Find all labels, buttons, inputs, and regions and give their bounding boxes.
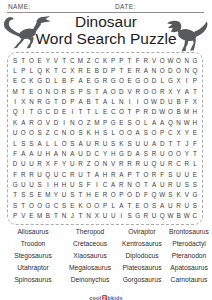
grid-cell[interactable]: Y xyxy=(52,190,60,200)
grid-cell[interactable]: G xyxy=(44,201,52,211)
grid-cell[interactable]: O xyxy=(60,139,68,149)
grid-cell[interactable]: O xyxy=(142,201,150,211)
grid-cell[interactable]: A xyxy=(150,118,158,128)
grid-cell[interactable]: R xyxy=(150,149,158,159)
grid-cell[interactable]: V xyxy=(44,118,52,128)
grid-cell[interactable]: T xyxy=(134,170,142,180)
grid-cell[interactable]: K xyxy=(174,190,182,200)
grid-cell[interactable]: O xyxy=(158,66,166,76)
grid-cell[interactable]: L xyxy=(93,107,101,117)
grid-cell[interactable]: N xyxy=(27,97,35,107)
grid-cell[interactable]: I xyxy=(93,180,101,190)
grid-cell[interactable]: R xyxy=(150,170,158,180)
grid-cell[interactable]: E xyxy=(191,128,199,138)
grid-cell[interactable]: R xyxy=(125,159,133,169)
grid-cell[interactable]: N xyxy=(85,211,93,221)
grid-cell[interactable]: U xyxy=(27,159,35,169)
grid-cell[interactable]: N xyxy=(183,56,191,66)
grid-cell[interactable]: A xyxy=(134,149,142,159)
grid-cell[interactable]: U xyxy=(52,170,60,180)
grid-cell[interactable]: E xyxy=(117,118,125,128)
grid-cell[interactable]: A xyxy=(19,149,27,159)
grid-cell[interactable]: C xyxy=(109,107,117,117)
grid-cell[interactable]: L xyxy=(52,76,60,86)
grid-cell[interactable]: C xyxy=(93,56,101,66)
grid-cell[interactable]: T xyxy=(76,211,84,221)
grid-cell[interactable]: S xyxy=(19,190,27,200)
grid-cell[interactable]: B xyxy=(174,211,182,221)
grid-cell[interactable]: A xyxy=(68,149,76,159)
grid-cell[interactable]: S xyxy=(11,201,19,211)
grid-cell[interactable]: G xyxy=(134,211,142,221)
grid-cell[interactable]: C xyxy=(191,211,199,221)
grid-cell[interactable]: U xyxy=(158,149,166,159)
grid-cell[interactable]: R xyxy=(93,139,101,149)
grid-cell[interactable]: S xyxy=(85,87,93,97)
grid-cell[interactable]: Q xyxy=(158,211,166,221)
grid-cell[interactable]: S xyxy=(125,211,133,221)
grid-cell[interactable]: U xyxy=(85,139,93,149)
grid-cell[interactable]: T xyxy=(85,107,93,117)
grid-cell[interactable]: Y xyxy=(44,56,52,66)
grid-cell[interactable]: L xyxy=(11,139,19,149)
grid-cell[interactable]: X xyxy=(174,128,182,138)
grid-cell[interactable]: R xyxy=(27,118,35,128)
grid-cell[interactable]: L xyxy=(44,139,52,149)
grid-cell[interactable]: U xyxy=(174,180,182,190)
grid-cell[interactable]: O xyxy=(36,201,44,211)
grid-cell[interactable]: F xyxy=(11,149,19,159)
grid-cell[interactable]: E xyxy=(36,56,44,66)
grid-cell[interactable]: R xyxy=(166,159,174,169)
grid-cell[interactable]: E xyxy=(125,76,133,86)
grid-cell[interactable]: E xyxy=(85,66,93,76)
grid-cell[interactable]: B xyxy=(174,97,182,107)
grid-cell[interactable]: D xyxy=(44,76,52,86)
grid-cell[interactable]: T xyxy=(19,56,27,66)
grid-cell[interactable]: L xyxy=(11,66,19,76)
grid-cell[interactable]: P xyxy=(117,56,125,66)
grid-cell[interactable]: T xyxy=(125,107,133,117)
grid-cell[interactable]: U xyxy=(60,190,68,200)
grid-cell[interactable]: P xyxy=(109,56,117,66)
grid-cell[interactable]: R xyxy=(174,201,182,211)
grid-cell[interactable]: C xyxy=(52,128,60,138)
grid-cell[interactable]: P xyxy=(101,201,109,211)
grid-cell[interactable]: X xyxy=(19,97,27,107)
grid-cell[interactable]: H xyxy=(191,107,199,117)
grid-cell[interactable]: G xyxy=(117,149,125,159)
grid-cell[interactable]: C xyxy=(44,107,52,117)
grid-cell[interactable]: V xyxy=(150,56,158,66)
grid-cell[interactable]: R xyxy=(27,170,35,180)
grid-cell[interactable]: O xyxy=(142,76,150,86)
grid-cell[interactable]: S xyxy=(125,139,133,149)
grid-cell[interactable]: E xyxy=(68,201,76,211)
grid-cell[interactable]: D xyxy=(166,66,174,76)
grid-cell[interactable]: U xyxy=(68,159,76,169)
grid-cell[interactable]: D xyxy=(150,76,158,86)
grid-cell[interactable]: D xyxy=(125,149,133,159)
grid-cell[interactable]: G xyxy=(109,118,117,128)
grid-cell[interactable]: D xyxy=(85,149,93,159)
grid-cell[interactable]: O xyxy=(27,56,35,66)
grid-cell[interactable]: A xyxy=(19,118,27,128)
grid-cell[interactable]: J xyxy=(68,211,76,221)
grid-cell[interactable]: E xyxy=(27,87,35,97)
grid-cell[interactable]: D xyxy=(158,139,166,149)
grid-cell[interactable]: U xyxy=(76,170,84,180)
grid-cell[interactable]: O xyxy=(117,107,125,117)
grid-cell[interactable]: G xyxy=(44,97,52,107)
grid-cell[interactable]: X xyxy=(93,211,101,221)
grid-cell[interactable]: Q xyxy=(36,66,44,76)
grid-cell[interactable]: T xyxy=(174,139,182,149)
grid-cell[interactable]: P xyxy=(134,107,142,117)
grid-cell[interactable]: O xyxy=(142,97,150,107)
grid-cell[interactable]: V xyxy=(183,190,191,200)
grid-cell[interactable]: S xyxy=(142,128,150,138)
grid-cell[interactable]: B xyxy=(85,97,93,107)
grid-cell[interactable]: D xyxy=(52,118,60,128)
grid-cell[interactable]: H xyxy=(85,190,93,200)
grid-cell[interactable]: O xyxy=(109,190,117,200)
grid-cell[interactable]: L xyxy=(191,159,199,169)
grid-cell[interactable]: V xyxy=(19,211,27,221)
grid-cell[interactable]: R xyxy=(36,159,44,169)
grid-cell[interactable]: E xyxy=(85,76,93,86)
grid-cell[interactable]: T xyxy=(52,97,60,107)
grid-cell[interactable]: A xyxy=(142,66,150,76)
grid-cell[interactable]: M xyxy=(93,118,101,128)
grid-cell[interactable]: U xyxy=(142,159,150,169)
grid-cell[interactable]: I xyxy=(60,118,68,128)
grid-cell[interactable]: R xyxy=(76,66,84,76)
grid-cell[interactable]: H xyxy=(101,170,109,180)
grid-cell[interactable]: M xyxy=(44,190,52,200)
grid-cell[interactable]: K xyxy=(11,118,19,128)
grid-cell[interactable]: S xyxy=(150,201,158,211)
grid-cell[interactable]: N xyxy=(60,211,68,221)
grid-cell[interactable]: U xyxy=(166,97,174,107)
grid-cell[interactable]: Q xyxy=(150,159,158,169)
grid-cell[interactable]: I xyxy=(117,211,125,221)
grid-cell[interactable]: O xyxy=(93,201,101,211)
grid-cell[interactable]: O xyxy=(158,56,166,66)
grid-cell[interactable]: C xyxy=(60,66,68,76)
grid-cell[interactable]: A xyxy=(52,149,60,159)
grid-cell[interactable]: Y xyxy=(183,149,191,159)
grid-cell[interactable]: A xyxy=(158,118,166,128)
grid-cell[interactable]: O xyxy=(150,128,158,138)
grid-cell[interactable]: X xyxy=(166,87,174,97)
grid-cell[interactable]: G xyxy=(36,76,44,86)
grid-cell[interactable]: H xyxy=(109,149,117,159)
grid-cell[interactable]: T xyxy=(76,190,84,200)
grid-cell[interactable]: T xyxy=(93,97,101,107)
grid-cell[interactable]: S xyxy=(11,56,19,66)
grid-cell[interactable]: B xyxy=(60,76,68,86)
grid-cell[interactable]: Z xyxy=(85,159,93,169)
grid-cell[interactable]: P xyxy=(125,170,133,180)
grid-cell[interactable]: N xyxy=(125,180,133,190)
grid-cell[interactable]: O xyxy=(27,128,35,138)
grid-cell[interactable]: C xyxy=(68,56,76,66)
grid-cell[interactable]: X xyxy=(68,66,76,76)
grid-cell[interactable]: S xyxy=(191,180,199,190)
grid-cell[interactable]: O xyxy=(19,128,27,138)
grid-cell[interactable]: X xyxy=(191,97,199,107)
grid-cell[interactable]: N xyxy=(150,66,158,76)
grid-cell[interactable]: A xyxy=(158,201,166,211)
grid-cell[interactable]: S xyxy=(36,180,44,190)
grid-cell[interactable]: G xyxy=(11,180,19,190)
grid-cell[interactable]: R xyxy=(183,159,191,169)
grid-cell[interactable]: O xyxy=(85,201,93,211)
grid-cell[interactable]: V xyxy=(52,56,60,66)
grid-cell[interactable]: G xyxy=(134,76,142,86)
grid-cell[interactable]: B xyxy=(93,66,101,76)
grid-cell[interactable]: D xyxy=(60,97,68,107)
grid-cell[interactable]: A xyxy=(76,76,84,86)
grid-cell[interactable]: D xyxy=(158,97,166,107)
grid-cell[interactable]: R xyxy=(60,87,68,97)
grid-cell[interactable]: T xyxy=(76,107,84,117)
grid-cell[interactable]: R xyxy=(117,180,125,190)
grid-cell[interactable]: T xyxy=(85,170,93,180)
grid-cell[interactable]: F xyxy=(191,139,199,149)
grid-cell[interactable]: O xyxy=(93,159,101,169)
grid-cell[interactable]: K xyxy=(85,128,93,138)
grid-cell[interactable]: S xyxy=(101,128,109,138)
grid-cell[interactable]: W xyxy=(183,118,191,128)
grid-cell[interactable]: U xyxy=(19,180,27,190)
grid-cell[interactable]: C xyxy=(19,76,27,86)
grid-cell[interactable]: R xyxy=(68,170,76,180)
grid-cell[interactable]: O xyxy=(142,170,150,180)
grid-cell[interactable]: U xyxy=(150,211,158,221)
grid-cell[interactable]: D xyxy=(101,66,109,76)
grid-cell[interactable]: C xyxy=(52,201,60,211)
grid-cell[interactable]: F xyxy=(11,170,19,180)
grid-cell[interactable]: U xyxy=(166,201,174,211)
grid-cell[interactable]: P xyxy=(19,66,27,76)
grid-cell[interactable]: U xyxy=(183,201,191,211)
grid-cell[interactable]: P xyxy=(76,87,84,97)
grid-cell[interactable]: T xyxy=(117,66,125,76)
grid-cell[interactable]: G xyxy=(93,76,101,86)
grid-cell[interactable]: L xyxy=(52,139,60,149)
grid-cell[interactable]: S xyxy=(76,128,84,138)
grid-cell[interactable]: V xyxy=(109,159,117,169)
grid-cell[interactable]: U xyxy=(27,180,35,190)
grid-cell[interactable]: O xyxy=(166,107,174,117)
grid-cell[interactable]: H xyxy=(52,180,60,190)
grid-cell[interactable]: R xyxy=(19,170,27,180)
grid-cell[interactable]: L xyxy=(109,97,117,107)
grid-cell[interactable]: O xyxy=(76,118,84,128)
grid-cell[interactable]: L xyxy=(27,66,35,76)
grid-cell[interactable]: P xyxy=(109,66,117,76)
grid-cell[interactable]: R xyxy=(142,56,150,66)
grid-cell[interactable]: S xyxy=(27,139,35,149)
grid-cell[interactable]: S xyxy=(68,139,76,149)
grid-cell[interactable]: E xyxy=(101,107,109,117)
grid-cell[interactable]: D xyxy=(134,190,142,200)
grid-cell[interactable]: O xyxy=(174,56,182,66)
grid-cell[interactable]: C xyxy=(93,149,101,159)
grid-cell[interactable]: Y xyxy=(174,87,182,97)
grid-cell[interactable]: G xyxy=(191,190,199,200)
grid-cell[interactable]: N xyxy=(183,66,191,76)
grid-cell[interactable]: R xyxy=(134,159,142,169)
grid-cell[interactable]: O xyxy=(134,180,142,190)
grid-cell[interactable]: S xyxy=(166,170,174,180)
grid-cell[interactable]: S xyxy=(142,149,150,159)
grid-cell[interactable]: A xyxy=(76,97,84,107)
grid-cell[interactable]: U xyxy=(68,180,76,190)
grid-cell[interactable]: F xyxy=(68,76,76,86)
grid-cell[interactable]: Q xyxy=(191,66,199,76)
grid-cell[interactable]: A xyxy=(109,180,117,190)
grid-cell[interactable]: A xyxy=(27,149,35,159)
grid-cell[interactable]: U xyxy=(101,211,109,221)
grid-cell[interactable]: B xyxy=(174,107,182,117)
grid-cell[interactable]: N xyxy=(60,128,68,138)
grid-cell[interactable]: P xyxy=(68,97,76,107)
grid-cell[interactable]: H xyxy=(44,149,52,159)
grid-cell[interactable]: A xyxy=(117,201,125,211)
grid-cell[interactable]: A xyxy=(134,128,142,138)
grid-cell[interactable]: P xyxy=(11,211,19,221)
grid-cell[interactable]: K xyxy=(44,66,52,76)
grid-cell[interactable]: W xyxy=(166,56,174,66)
grid-cell[interactable]: F xyxy=(52,159,60,169)
grid-cell[interactable]: W xyxy=(158,190,166,200)
grid-cell[interactable]: N xyxy=(101,159,109,169)
grid-cell[interactable]: M xyxy=(11,87,19,97)
grid-cell[interactable]: Z xyxy=(85,56,93,66)
grid-cell[interactable]: W xyxy=(150,97,158,107)
grid-cell[interactable]: S xyxy=(19,139,27,149)
grid-cell[interactable]: U xyxy=(11,128,19,138)
grid-cell[interactable]: H xyxy=(93,128,101,138)
grid-cell[interactable]: C xyxy=(60,170,68,180)
grid-cell[interactable]: I xyxy=(134,97,142,107)
grid-cell[interactable]: T xyxy=(93,87,101,97)
grid-cell[interactable]: P xyxy=(101,118,109,128)
grid-cell[interactable]: Q xyxy=(44,170,52,180)
grid-cell[interactable]: I xyxy=(68,107,76,117)
grid-cell[interactable]: E xyxy=(125,66,133,76)
grid-cell[interactable]: A xyxy=(76,139,84,149)
grid-cell[interactable]: O xyxy=(142,87,150,97)
grid-cell[interactable]: U xyxy=(19,159,27,169)
grid-cell[interactable]: N xyxy=(68,118,76,128)
grid-cell[interactable]: R xyxy=(158,87,166,97)
grid-cell[interactable]: N xyxy=(60,149,68,159)
grid-cell[interactable]: A xyxy=(101,97,109,107)
grid-cell[interactable]: S xyxy=(76,180,84,190)
grid-cell[interactable]: A xyxy=(101,87,109,97)
grid-cell[interactable]: R xyxy=(134,87,142,97)
grid-cell[interactable]: I xyxy=(183,76,191,86)
grid-cell[interactable]: D xyxy=(52,107,60,117)
grid-cell[interactable]: G xyxy=(191,56,199,66)
grid-cell[interactable]: M xyxy=(36,211,44,221)
grid-cell[interactable]: R xyxy=(166,180,174,190)
grid-cell[interactable]: T xyxy=(125,56,133,66)
grid-cell[interactable]: T xyxy=(60,56,68,66)
grid-cell[interactable]: U xyxy=(174,170,182,180)
grid-cell[interactable]: P xyxy=(158,128,166,138)
grid-cell[interactable]: B xyxy=(44,211,52,221)
grid-cell[interactable]: C xyxy=(101,180,109,190)
grid-cell[interactable]: T xyxy=(191,87,199,97)
grid-cell[interactable]: S xyxy=(27,190,35,200)
grid-cell[interactable]: W xyxy=(166,211,174,221)
grid-cell[interactable]: O xyxy=(117,128,125,138)
grid-cell[interactable]: R xyxy=(117,159,125,169)
grid-cell[interactable]: O xyxy=(125,190,133,200)
grid-cell[interactable]: U xyxy=(134,139,142,149)
grid-cell[interactable]: G xyxy=(109,76,117,86)
grid-cell[interactable]: Z xyxy=(44,128,52,138)
grid-cell[interactable]: S xyxy=(68,87,76,97)
grid-cell[interactable]: O xyxy=(36,118,44,128)
grid-cell[interactable]: A xyxy=(93,170,101,180)
grid-cell[interactable]: T xyxy=(11,190,19,200)
grid-cell[interactable]: L xyxy=(142,118,150,128)
grid-cell[interactable]: H xyxy=(60,180,68,190)
grid-cell[interactable]: S xyxy=(191,201,199,211)
grid-cell[interactable]: S xyxy=(68,190,76,200)
grid-cell[interactable]: G xyxy=(36,107,44,117)
grid-cell[interactable]: O xyxy=(68,128,76,138)
grid-cell[interactable]: R xyxy=(76,159,84,169)
grid-cell[interactable]: D xyxy=(11,159,19,169)
grid-cell[interactable]: T xyxy=(19,87,27,97)
grid-cell[interactable]: F xyxy=(142,190,150,200)
grid-cell[interactable]: O xyxy=(36,87,44,97)
grid-cell[interactable]: R xyxy=(101,190,109,200)
grid-cell[interactable]: T xyxy=(166,139,174,149)
grid-cell[interactable]: O xyxy=(174,149,182,159)
grid-cell[interactable]: U xyxy=(158,159,166,169)
grid-cell[interactable]: A xyxy=(36,139,44,149)
grid-cell[interactable]: L xyxy=(158,76,166,86)
grid-cell[interactable]: U xyxy=(109,211,117,221)
grid-cell[interactable]: Z xyxy=(85,118,93,128)
grid-cell[interactable]: F xyxy=(134,56,142,66)
grid-cell[interactable]: Q xyxy=(166,118,174,128)
grid-cell[interactable]: O xyxy=(117,76,125,86)
grid-cell[interactable]: H xyxy=(191,118,199,128)
grid-cell[interactable]: R xyxy=(101,76,109,86)
grid-cell[interactable]: W xyxy=(183,211,191,221)
grid-cell[interactable]: W xyxy=(158,107,166,117)
grid-cell[interactable]: C xyxy=(166,128,174,138)
grid-cell[interactable]: U xyxy=(36,170,44,180)
grid-cell[interactable]: M xyxy=(183,107,191,117)
grid-cell[interactable]: Y xyxy=(101,149,109,159)
grid-cell[interactable]: T xyxy=(52,211,60,221)
grid-cell[interactable]: T xyxy=(142,180,150,190)
grid-cell[interactable]: F xyxy=(85,180,93,190)
grid-cell[interactable]: A xyxy=(150,139,158,149)
grid-cell[interactable]: N xyxy=(117,97,125,107)
grid-cell[interactable]: L xyxy=(109,201,117,211)
